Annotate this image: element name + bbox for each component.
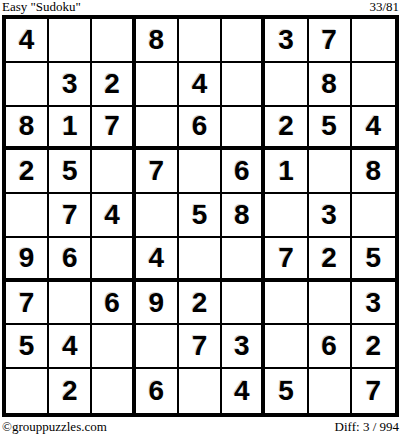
cell-r9c2: 2	[49, 369, 92, 413]
cell-r8c4[interactable]	[136, 325, 179, 369]
cell-r3c3: 7	[92, 107, 135, 151]
cell-r6c1: 9	[6, 238, 49, 282]
cell-r1c8: 7	[309, 19, 352, 63]
cell-r7c4: 9	[136, 282, 179, 326]
cell-r7c3: 6	[92, 282, 135, 326]
cell-r5c4[interactable]	[136, 194, 179, 238]
cell-r2c1[interactable]	[6, 63, 49, 107]
cell-r2c5: 4	[179, 63, 222, 107]
cell-r9c9: 7	[352, 369, 395, 413]
cell-r8c7[interactable]	[265, 325, 308, 369]
cell-r8c8: 6	[309, 325, 352, 369]
cell-r4c6: 6	[222, 150, 265, 194]
cell-r9c1[interactable]	[6, 369, 49, 413]
progress-counter: 33/81	[369, 0, 399, 14]
cell-r4c7: 1	[265, 150, 308, 194]
cell-r3c5: 6	[179, 107, 222, 151]
cell-r1c3[interactable]	[92, 19, 135, 63]
cell-r5c3: 4	[92, 194, 135, 238]
cell-r9c5[interactable]	[179, 369, 222, 413]
cell-r6c9: 5	[352, 238, 395, 282]
cell-r2c6[interactable]	[222, 63, 265, 107]
cell-r6c3[interactable]	[92, 238, 135, 282]
cell-r1c4: 8	[136, 19, 179, 63]
cell-r7c1: 7	[6, 282, 49, 326]
cell-r4c9: 8	[352, 150, 395, 194]
cell-r5c7[interactable]	[265, 194, 308, 238]
cell-r7c2[interactable]	[49, 282, 92, 326]
cell-r6c5[interactable]	[179, 238, 222, 282]
cell-r2c4[interactable]	[136, 63, 179, 107]
cell-r3c7: 2	[265, 107, 308, 151]
cell-r8c2: 4	[49, 325, 92, 369]
cell-r8c3[interactable]	[92, 325, 135, 369]
cell-r3c2: 1	[49, 107, 92, 151]
cell-r4c1: 2	[6, 150, 49, 194]
cell-r8c6: 3	[222, 325, 265, 369]
puzzle-title: Easy "Sudoku"	[2, 0, 81, 14]
cell-r1c5[interactable]	[179, 19, 222, 63]
cell-r4c2: 5	[49, 150, 92, 194]
cell-r4c4: 7	[136, 150, 179, 194]
cell-r7c5: 2	[179, 282, 222, 326]
cell-r1c6[interactable]	[222, 19, 265, 63]
cell-r8c1: 5	[6, 325, 49, 369]
cell-r3c6[interactable]	[222, 107, 265, 151]
cell-r9c6: 4	[222, 369, 265, 413]
cell-r4c8[interactable]	[309, 150, 352, 194]
cell-r5c2: 7	[49, 194, 92, 238]
cell-r9c4: 6	[136, 369, 179, 413]
cell-r6c6[interactable]	[222, 238, 265, 282]
cell-r7c6[interactable]	[222, 282, 265, 326]
cell-r4c5[interactable]	[179, 150, 222, 194]
cell-r2c9[interactable]	[352, 63, 395, 107]
cell-r1c2[interactable]	[49, 19, 92, 63]
header: Easy "Sudoku" 33/81	[0, 0, 402, 15]
cell-r2c3: 2	[92, 63, 135, 107]
sudoku-board: 4837324881762542576187458396472576923547…	[2, 15, 399, 417]
cell-r9c8[interactable]	[309, 369, 352, 413]
cell-r9c7: 5	[265, 369, 308, 413]
footer: ©grouppuzzles.com Diff: 3 / 994	[0, 417, 402, 434]
cell-r1c1: 4	[6, 19, 49, 63]
sudoku-page: Easy "Sudoku" 33/81 48373248817625425761…	[0, 0, 402, 437]
cell-r7c9: 3	[352, 282, 395, 326]
cell-r5c5: 5	[179, 194, 222, 238]
cell-r7c7[interactable]	[265, 282, 308, 326]
cell-r6c2: 6	[49, 238, 92, 282]
cell-r8c5: 7	[179, 325, 222, 369]
cell-r3c1: 8	[6, 107, 49, 151]
copyright-text: ©grouppuzzles.com	[2, 420, 107, 434]
cell-r3c4[interactable]	[136, 107, 179, 151]
cell-r4c3[interactable]	[92, 150, 135, 194]
cell-r5c8: 3	[309, 194, 352, 238]
cell-r6c4: 4	[136, 238, 179, 282]
cell-r6c7: 7	[265, 238, 308, 282]
cell-r5c1[interactable]	[6, 194, 49, 238]
cell-r3c8: 5	[309, 107, 352, 151]
cell-r5c6: 8	[222, 194, 265, 238]
cell-r2c8: 8	[309, 63, 352, 107]
difficulty-text: Diff: 3 / 994	[335, 420, 399, 434]
cell-r2c7[interactable]	[265, 63, 308, 107]
cell-r1c7: 3	[265, 19, 308, 63]
cell-r8c9: 2	[352, 325, 395, 369]
cell-r5c9[interactable]	[352, 194, 395, 238]
cell-r6c8: 2	[309, 238, 352, 282]
cell-r9c3[interactable]	[92, 369, 135, 413]
cell-r7c8[interactable]	[309, 282, 352, 326]
cell-r1c9[interactable]	[352, 19, 395, 63]
cell-r3c9: 4	[352, 107, 395, 151]
cell-r2c2: 3	[49, 63, 92, 107]
